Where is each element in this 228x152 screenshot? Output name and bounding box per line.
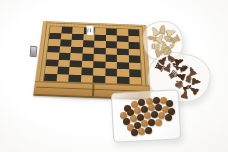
board-square — [129, 77, 141, 85]
checker-disc — [153, 97, 160, 104]
checker-disc — [145, 127, 152, 134]
product-photo-background: ♟♞♟♝♟♞♜♛♟♝♟♚♟♞♟♜♟♝♞♟♛♟♞♟♚♝♟♟ — [0, 0, 228, 152]
checker-disc — [155, 104, 162, 111]
checker-disc — [158, 112, 165, 119]
board-square — [105, 76, 117, 84]
barcode-lines — [87, 28, 93, 32]
checker-disc — [131, 129, 138, 136]
board-square — [93, 75, 105, 83]
board-square — [117, 76, 129, 84]
chess-board — [33, 21, 151, 100]
board-square — [80, 75, 92, 83]
checker-disc — [151, 111, 158, 118]
checker-disc — [144, 112, 151, 119]
barcode-sticker — [86, 26, 94, 36]
checker-disc — [165, 114, 172, 121]
checker-disc — [130, 115, 137, 122]
board-square — [44, 73, 57, 81]
fold-gap — [92, 84, 94, 96]
checker-disc — [148, 119, 155, 126]
board-square — [56, 74, 69, 82]
board-square — [68, 74, 81, 82]
board-metal-clasp — [30, 46, 38, 57]
checker-disc — [138, 128, 145, 135]
checker-disc — [141, 120, 148, 127]
checker-disc — [148, 104, 155, 111]
checker-disc — [138, 99, 145, 106]
checker-disc — [134, 107, 141, 114]
checker-disc — [155, 119, 162, 126]
